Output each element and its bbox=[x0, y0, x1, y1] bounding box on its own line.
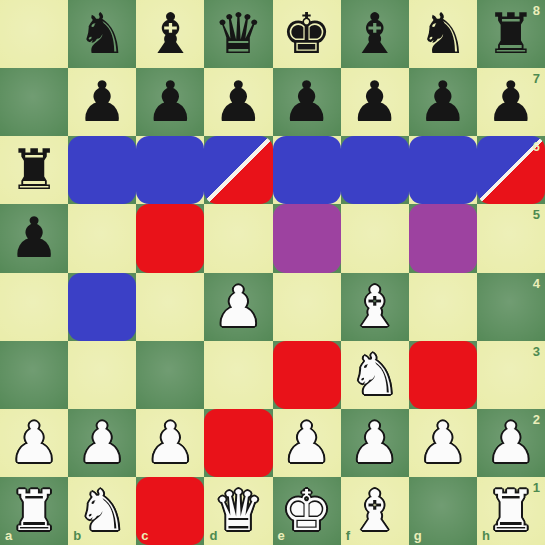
white-pawn-icon[interactable]: ♟ bbox=[477, 409, 545, 477]
square-a6[interactable]: ♜ bbox=[0, 136, 68, 204]
highlight-blue-c6 bbox=[136, 136, 204, 204]
square-e3[interactable] bbox=[273, 341, 341, 409]
black-bishop-icon[interactable]: ♝ bbox=[341, 0, 409, 68]
square-g1[interactable]: g bbox=[409, 477, 477, 545]
black-pawn-icon[interactable]: ♟ bbox=[204, 68, 272, 136]
highlight-purple-g5 bbox=[409, 204, 477, 272]
square-c8[interactable]: ♝ bbox=[136, 0, 204, 68]
square-e6[interactable] bbox=[273, 136, 341, 204]
square-a3[interactable] bbox=[0, 341, 68, 409]
rank-label-3: 3 bbox=[533, 344, 540, 359]
square-f2[interactable]: ♟ bbox=[341, 409, 409, 477]
chess-board: ♞♝♛♚♝♞♜8♟♟♟♟♟♟♟7♜6♟5♟♝4♞3♟♟♟♟♟♟♟2♜a♞bc♛d… bbox=[0, 0, 545, 545]
square-e2[interactable]: ♟ bbox=[273, 409, 341, 477]
black-pawn-icon[interactable]: ♟ bbox=[477, 68, 545, 136]
square-d7[interactable]: ♟ bbox=[204, 68, 272, 136]
square-c7[interactable]: ♟ bbox=[136, 68, 204, 136]
square-e5[interactable] bbox=[273, 204, 341, 272]
highlight-blue-red-d6 bbox=[204, 136, 272, 204]
highlight-red-d2 bbox=[204, 409, 272, 477]
square-f6[interactable] bbox=[341, 136, 409, 204]
square-d3[interactable] bbox=[204, 341, 272, 409]
square-d8[interactable]: ♛ bbox=[204, 0, 272, 68]
square-f8[interactable]: ♝ bbox=[341, 0, 409, 68]
square-d6[interactable] bbox=[204, 136, 272, 204]
square-b4[interactable] bbox=[68, 273, 136, 341]
square-a5[interactable]: ♟ bbox=[0, 204, 68, 272]
black-rook-icon[interactable]: ♜ bbox=[0, 136, 68, 204]
white-rook-icon[interactable]: ♜ bbox=[0, 477, 68, 545]
square-c3[interactable] bbox=[136, 341, 204, 409]
square-c1[interactable]: c bbox=[136, 477, 204, 545]
square-b7[interactable]: ♟ bbox=[68, 68, 136, 136]
black-knight-icon[interactable]: ♞ bbox=[409, 0, 477, 68]
white-knight-icon[interactable]: ♞ bbox=[341, 341, 409, 409]
highlight-purple-e5 bbox=[273, 204, 341, 272]
square-a7[interactable] bbox=[0, 68, 68, 136]
highlight-blue-f6 bbox=[341, 136, 409, 204]
rank-label-4: 4 bbox=[533, 276, 540, 291]
square-c2[interactable]: ♟ bbox=[136, 409, 204, 477]
highlight-blue-red-h6 bbox=[477, 136, 545, 204]
white-bishop-icon[interactable]: ♝ bbox=[341, 273, 409, 341]
square-f1[interactable]: ♝f bbox=[341, 477, 409, 545]
square-d5[interactable] bbox=[204, 204, 272, 272]
square-c5[interactable] bbox=[136, 204, 204, 272]
square-b2[interactable]: ♟ bbox=[68, 409, 136, 477]
rank-label-5: 5 bbox=[533, 207, 540, 222]
square-b3[interactable] bbox=[68, 341, 136, 409]
square-g4[interactable] bbox=[409, 273, 477, 341]
black-pawn-icon[interactable]: ♟ bbox=[409, 68, 477, 136]
black-pawn-icon[interactable]: ♟ bbox=[0, 204, 68, 272]
highlight-blue-g6 bbox=[409, 136, 477, 204]
square-f5[interactable] bbox=[341, 204, 409, 272]
highlight-blue-b6 bbox=[68, 136, 136, 204]
square-g5[interactable] bbox=[409, 204, 477, 272]
square-e7[interactable]: ♟ bbox=[273, 68, 341, 136]
square-g3[interactable] bbox=[409, 341, 477, 409]
file-label-g: g bbox=[414, 528, 422, 543]
square-g8[interactable]: ♞ bbox=[409, 0, 477, 68]
square-h5[interactable]: 5 bbox=[477, 204, 545, 272]
highlight-red-e3 bbox=[273, 341, 341, 409]
highlight-blue-b4 bbox=[68, 273, 136, 341]
square-g2[interactable]: ♟ bbox=[409, 409, 477, 477]
square-c6[interactable] bbox=[136, 136, 204, 204]
white-pawn-icon[interactable]: ♟ bbox=[0, 409, 68, 477]
square-b6[interactable] bbox=[68, 136, 136, 204]
square-a8[interactable] bbox=[0, 0, 68, 68]
square-f3[interactable]: ♞ bbox=[341, 341, 409, 409]
square-a1[interactable]: ♜a bbox=[0, 477, 68, 545]
white-pawn-icon[interactable]: ♟ bbox=[341, 409, 409, 477]
white-knight-icon[interactable]: ♞ bbox=[68, 477, 136, 545]
white-rook-icon[interactable]: ♜ bbox=[477, 477, 545, 545]
square-g7[interactable]: ♟ bbox=[409, 68, 477, 136]
square-c4[interactable] bbox=[136, 273, 204, 341]
highlight-blue-e6 bbox=[273, 136, 341, 204]
highlight-red-c5 bbox=[136, 204, 204, 272]
square-b8[interactable]: ♞ bbox=[68, 0, 136, 68]
white-pawn-icon[interactable]: ♟ bbox=[273, 409, 341, 477]
square-f4[interactable]: ♝ bbox=[341, 273, 409, 341]
square-b5[interactable] bbox=[68, 204, 136, 272]
black-pawn-icon[interactable]: ♟ bbox=[136, 68, 204, 136]
white-king-icon[interactable]: ♚ bbox=[273, 477, 341, 545]
white-pawn-icon[interactable]: ♟ bbox=[136, 409, 204, 477]
square-e4[interactable] bbox=[273, 273, 341, 341]
square-h4[interactable]: 4 bbox=[477, 273, 545, 341]
square-h3[interactable]: 3 bbox=[477, 341, 545, 409]
white-queen-icon[interactable]: ♛ bbox=[204, 477, 272, 545]
highlight-red-g3 bbox=[409, 341, 477, 409]
black-pawn-icon[interactable]: ♟ bbox=[68, 68, 136, 136]
square-h8[interactable]: ♜8 bbox=[477, 0, 545, 68]
black-knight-icon[interactable]: ♞ bbox=[68, 0, 136, 68]
square-g6[interactable] bbox=[409, 136, 477, 204]
black-pawn-icon[interactable]: ♟ bbox=[273, 68, 341, 136]
square-h1[interactable]: ♜1h bbox=[477, 477, 545, 545]
square-d1[interactable]: ♛d bbox=[204, 477, 272, 545]
square-d2[interactable] bbox=[204, 409, 272, 477]
black-pawn-icon[interactable]: ♟ bbox=[341, 68, 409, 136]
square-h6[interactable]: 6 bbox=[477, 136, 545, 204]
square-h7[interactable]: ♟7 bbox=[477, 68, 545, 136]
white-pawn-icon[interactable]: ♟ bbox=[204, 273, 272, 341]
black-bishop-icon[interactable]: ♝ bbox=[136, 0, 204, 68]
square-a4[interactable] bbox=[0, 273, 68, 341]
square-b1[interactable]: ♞b bbox=[68, 477, 136, 545]
white-pawn-icon[interactable]: ♟ bbox=[409, 409, 477, 477]
white-pawn-icon[interactable]: ♟ bbox=[68, 409, 136, 477]
highlight-red-c1 bbox=[136, 477, 204, 545]
square-f7[interactable]: ♟ bbox=[341, 68, 409, 136]
square-e1[interactable]: ♚e bbox=[273, 477, 341, 545]
black-queen-icon[interactable]: ♛ bbox=[204, 0, 272, 68]
black-rook-icon[interactable]: ♜ bbox=[477, 0, 545, 68]
white-bishop-icon[interactable]: ♝ bbox=[341, 477, 409, 545]
square-e8[interactable]: ♚ bbox=[273, 0, 341, 68]
black-king-icon[interactable]: ♚ bbox=[273, 0, 341, 68]
square-h2[interactable]: ♟2 bbox=[477, 409, 545, 477]
square-d4[interactable]: ♟ bbox=[204, 273, 272, 341]
square-a2[interactable]: ♟ bbox=[0, 409, 68, 477]
